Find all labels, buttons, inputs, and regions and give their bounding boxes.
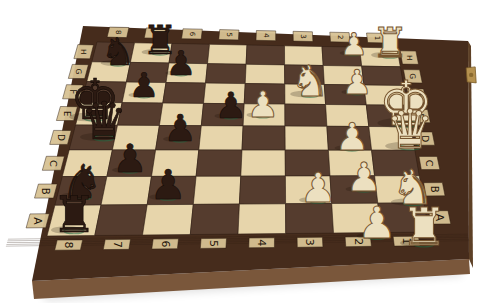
- piece-glyph: ♟: [342, 62, 372, 102]
- coord-bottom-4: 4: [255, 239, 268, 246]
- piece-glyph: ♛: [386, 98, 434, 161]
- coord-left-c: C: [48, 160, 59, 167]
- piece-black-pawn-d6: ♟: [163, 107, 197, 150]
- piece-black-pawn-c7: ♟: [112, 136, 147, 181]
- coord-bottom-3: 3: [303, 239, 316, 246]
- coord-left-h: H: [79, 49, 88, 54]
- coord-left-a: A: [31, 217, 44, 225]
- piece-glyph: ♟: [335, 115, 369, 159]
- piece-glyph: ♟: [346, 154, 382, 200]
- coord-bottom-6: 6: [159, 240, 172, 247]
- piece-glyph: ♟: [215, 85, 247, 126]
- coord-top-3: 3: [299, 34, 307, 38]
- piece-white-rook-a1: ♜: [400, 197, 447, 257]
- piece-black-rook-a8: ♜: [51, 186, 96, 244]
- piece-white-pawn-h2: ♟: [340, 26, 368, 62]
- piece-black-pawn-e5: ♟: [214, 85, 247, 126]
- piece-white-pawn-e4: ♟: [246, 84, 279, 125]
- piece-glyph: ♟: [357, 197, 396, 248]
- piece-white-queen-d1: ♛: [385, 98, 434, 161]
- brass-clasp-icon: [466, 67, 476, 83]
- piece-glyph: ♟: [166, 43, 196, 83]
- piece-glyph: ♟: [150, 161, 187, 209]
- coord-top-4: 4: [262, 33, 270, 38]
- coord-bottom-7: 7: [111, 241, 124, 248]
- piece-white-pawn-b3: ♟: [299, 164, 336, 212]
- piece-black-pawn-g6: ♟: [165, 43, 196, 83]
- piece-glyph: ♟: [340, 26, 368, 62]
- piece-white-knight-f3: ♞: [290, 56, 329, 106]
- coord-left-d: D: [56, 134, 66, 141]
- piece-white-pawn-d2: ♟: [335, 115, 370, 159]
- piece-glyph: ♟: [247, 84, 279, 125]
- coord-bottom-5: 5: [207, 240, 220, 247]
- piece-white-pawn-b2: ♟: [346, 154, 382, 200]
- piece-black-pawn-f7: ♟: [128, 65, 159, 105]
- piece-glyph: ♟: [129, 65, 159, 105]
- piece-white-rook-h1: ♜: [371, 19, 408, 67]
- piece-white-pawn-a2: ♟: [357, 197, 397, 248]
- piece-white-pawn-f2: ♟: [341, 62, 372, 102]
- piece-glyph: ♟: [113, 136, 148, 181]
- piece-glyph: ♟: [300, 164, 337, 212]
- chess-board: HHGGFFEEDDCCBBAA8877665544332211♜♟♜♞♟♟♞♟…: [0, 0, 500, 303]
- piece-black-pawn-b6: ♟: [149, 161, 186, 209]
- piece-glyph: ♜: [401, 197, 448, 257]
- piece-glyph: ♜: [372, 19, 409, 67]
- coord-left-b: B: [40, 188, 51, 195]
- piece-glyph: ♞: [291, 56, 330, 106]
- coord-top-5: 5: [225, 33, 233, 37]
- product-photo: HHGGFFEEDDCCBBAA8877665544332211♜♟♜♞♟♟♞♟…: [0, 0, 500, 303]
- coord-top-6: 6: [188, 32, 196, 37]
- piece-glyph: ♟: [163, 107, 196, 150]
- piece-glyph: ♜: [52, 186, 97, 244]
